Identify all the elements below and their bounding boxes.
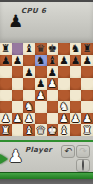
piece-white-rook: ♜ — [1, 125, 10, 136]
piece-white-pawn: ♟ — [24, 113, 33, 124]
square-g2[interactable]: ♟ — [70, 113, 82, 125]
square-h3[interactable] — [81, 101, 93, 113]
square-d1[interactable]: ♛ — [35, 124, 47, 136]
square-d7[interactable]: ♞ — [35, 55, 47, 67]
square-c3[interactable]: ♞ — [23, 101, 35, 113]
piece-white-pawn: ♟ — [82, 113, 91, 124]
hint-button[interactable] — [76, 159, 90, 172]
piece-black-pawn: ♟ — [71, 55, 80, 66]
square-c4[interactable] — [23, 90, 35, 102]
undo-icon: ↶ — [64, 147, 72, 156]
square-g3[interactable] — [70, 101, 82, 113]
piece-white-pawn: ♟ — [71, 113, 80, 124]
square-f3[interactable]: ♞ — [58, 101, 70, 113]
piece-black-pawn: ♟ — [82, 55, 91, 66]
square-b4[interactable] — [12, 90, 24, 102]
square-d3[interactable] — [35, 101, 47, 113]
square-e1[interactable]: ♚ — [47, 124, 59, 136]
square-e2[interactable] — [47, 113, 59, 125]
square-c7[interactable] — [23, 55, 35, 67]
square-a2[interactable]: ♟ — [0, 113, 12, 125]
light-bulb-icon — [79, 161, 87, 171]
square-h6[interactable] — [81, 66, 93, 78]
square-g6[interactable] — [70, 66, 82, 78]
square-c1[interactable]: ♝ — [23, 124, 35, 136]
piece-black-rook: ♜ — [1, 43, 10, 54]
piece-white-pawn: ♟ — [48, 78, 57, 89]
square-d4[interactable]: ♟ — [35, 90, 47, 102]
piece-black-pawn: ♟ — [24, 67, 33, 78]
square-h7[interactable]: ♟ — [81, 55, 93, 67]
piece-white-pawn: ♟ — [59, 113, 68, 124]
piece-black-pawn: ♟ — [13, 55, 22, 66]
square-a1[interactable]: ♜ — [0, 124, 12, 136]
piece-black-pawn: ♟ — [48, 67, 57, 78]
status-green-bar — [0, 172, 93, 179]
square-f8[interactable] — [58, 43, 70, 55]
bottom-edge-strip — [0, 179, 93, 184]
piece-black-pawn: ♟ — [1, 55, 10, 66]
player-panel: ♟ Player ↶ ↷ — [0, 142, 93, 172]
piece-black-pawn: ♟ — [59, 55, 68, 66]
piece-black-knight: ♞ — [71, 43, 80, 54]
piece-white-rook: ♜ — [82, 125, 91, 136]
square-c5[interactable] — [23, 78, 35, 90]
square-g5[interactable] — [70, 78, 82, 90]
cpu-panel: ♟ CPU 6 — [0, 2, 93, 43]
square-b1[interactable] — [12, 124, 24, 136]
square-b7[interactable]: ♟ — [12, 55, 24, 67]
square-f4[interactable] — [58, 90, 70, 102]
square-b6[interactable] — [12, 66, 24, 78]
square-e8[interactable]: ♚ — [47, 43, 59, 55]
square-a3[interactable] — [0, 101, 12, 113]
white-pawn-icon: ♟ — [8, 146, 23, 166]
square-f7[interactable]: ♟ — [58, 55, 70, 67]
square-a8[interactable]: ♜ — [0, 43, 12, 55]
square-h1[interactable]: ♜ — [81, 124, 93, 136]
square-h5[interactable] — [81, 78, 93, 90]
square-f5[interactable] — [58, 78, 70, 90]
square-g8[interactable]: ♞ — [70, 43, 82, 55]
square-f6[interactable] — [58, 66, 70, 78]
square-h8[interactable]: ♜ — [81, 43, 93, 55]
piece-white-bishop: ♝ — [24, 125, 33, 136]
piece-black-queen: ♛ — [36, 43, 45, 54]
square-e4[interactable] — [47, 90, 59, 102]
square-h4[interactable] — [81, 90, 93, 102]
piece-white-knight: ♞ — [59, 101, 68, 112]
piece-white-pawn: ♟ — [1, 113, 10, 124]
square-f2[interactable]: ♟ — [58, 113, 70, 125]
turn-indicator-arrow — [0, 154, 8, 164]
piece-white-king: ♚ — [48, 125, 57, 136]
square-g1[interactable] — [70, 124, 82, 136]
square-e7[interactable]: ♝ — [47, 55, 59, 67]
square-e6[interactable]: ♟ — [47, 66, 59, 78]
redo-button[interactable]: ↷ — [76, 145, 90, 158]
square-c8[interactable]: ♝ — [23, 43, 35, 55]
square-e3[interactable] — [47, 101, 59, 113]
piece-black-king: ♚ — [48, 43, 57, 54]
piece-black-rook: ♜ — [82, 43, 91, 54]
square-b3[interactable] — [12, 101, 24, 113]
undo-button[interactable]: ↶ — [61, 145, 75, 158]
piece-white-knight: ♞ — [24, 101, 33, 112]
square-h2[interactable]: ♟ — [81, 113, 93, 125]
square-a5[interactable] — [0, 78, 12, 90]
chess-board: ♜♝♛♚♞♜♟♟♞♝♟♟♟♟♟♟♟♟♞♞♟♟♟♟♟♟♜♝♛♚♝♜ — [0, 43, 93, 136]
square-b2[interactable]: ♟ — [12, 113, 24, 125]
redo-icon: ↷ — [79, 147, 87, 156]
piece-black-bishop: ♝ — [48, 55, 57, 66]
square-c2[interactable]: ♟ — [23, 113, 35, 125]
square-d2[interactable] — [35, 113, 47, 125]
piece-black-bishop: ♝ — [24, 43, 33, 54]
square-d6[interactable] — [35, 66, 47, 78]
square-g7[interactable]: ♟ — [70, 55, 82, 67]
square-a4[interactable] — [0, 90, 12, 102]
square-g4[interactable] — [70, 90, 82, 102]
square-d5[interactable]: ♟ — [35, 78, 47, 90]
piece-black-knight: ♞ — [36, 55, 45, 66]
piece-white-queen: ♛ — [36, 125, 45, 136]
piece-white-bishop: ♝ — [59, 125, 68, 136]
chess-app-screen: ♟ CPU 6 ♜♝♛♚♞♜♟♟♞♝♟♟♟♟♟♟♟♟♞♞♟♟♟♟♟♟♜♝♛♚♝♜… — [0, 0, 93, 184]
piece-black-pawn: ♟ — [36, 78, 45, 89]
square-f1[interactable]: ♝ — [58, 124, 70, 136]
square-a6[interactable] — [0, 66, 12, 78]
piece-white-pawn: ♟ — [13, 113, 22, 124]
square-c6[interactable]: ♟ — [23, 66, 35, 78]
square-e5[interactable]: ♟ — [47, 78, 59, 90]
square-a7[interactable]: ♟ — [0, 55, 12, 67]
square-b5[interactable] — [12, 78, 24, 90]
square-b8[interactable] — [12, 43, 24, 55]
player-name-label: Player — [25, 146, 52, 154]
piece-white-pawn: ♟ — [36, 90, 45, 101]
cpu-name-label: CPU 6 — [21, 7, 46, 15]
square-d8[interactable]: ♛ — [35, 43, 47, 55]
